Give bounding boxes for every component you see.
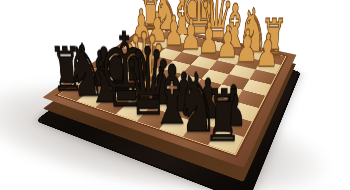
piece-black-knight-g8: ♞ bbox=[64, 38, 106, 103]
piece-white-pawn-h2: ♟ bbox=[131, 6, 152, 42]
piece-white-pawn-b2: ♟ bbox=[235, 26, 260, 66]
piece-black-pawn-h7: ♟ bbox=[68, 42, 96, 85]
square-a1: ♜ bbox=[261, 52, 285, 65]
piece-black-rook-h8: ♜ bbox=[48, 43, 84, 97]
piece-white-rook-h1: ♜ bbox=[139, 0, 163, 35]
chess-set-product-photo: ♜♞♝♚♛♝♞♜♟♟♟♟♟♟♟♟♟♟♟♟♛♟♟♟♟♜♞♝♚♛♝♞♜ bbox=[0, 0, 350, 190]
